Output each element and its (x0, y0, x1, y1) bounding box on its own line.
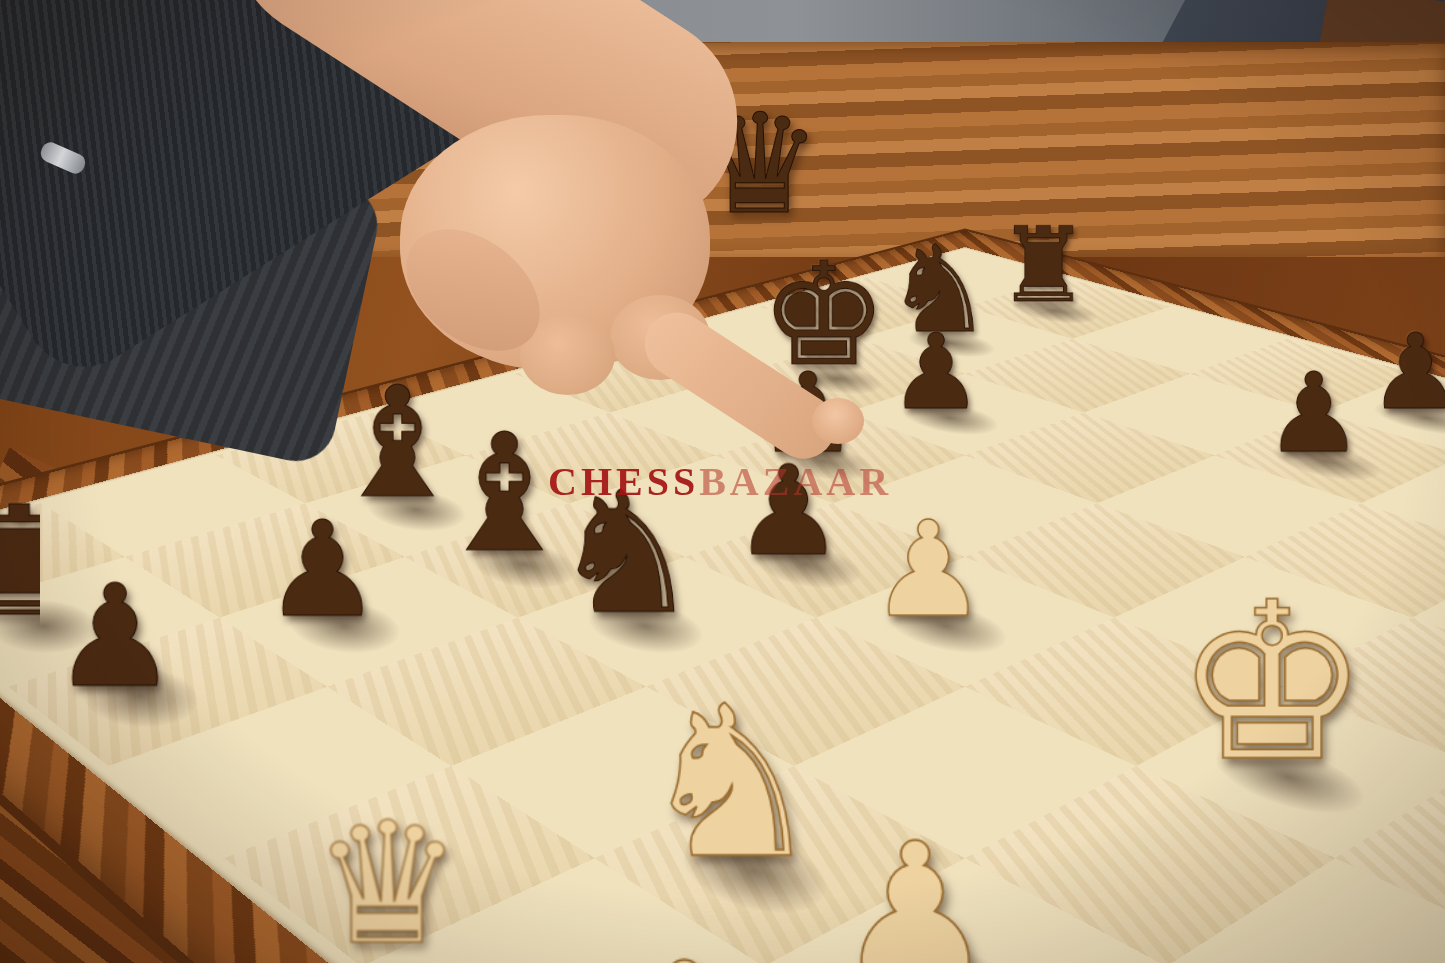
chess-photo-scene: ♜♟♞♟♚♟♟♟♟♚♝♝♞♟♞♟♜♟♟ ♛ ♛ CHESSBAZAAR (0, 0, 1445, 963)
black-rook-b8[interactable]: ♜ (997, 216, 1090, 314)
black-pawn-c2[interactable]: ♟ (264, 508, 382, 633)
black-pawn-e7[interactable]: ♟ (1265, 362, 1364, 467)
watermark-part2: BAZAAR (699, 459, 892, 504)
white-pawn-e4[interactable]: ♟ (869, 508, 987, 633)
chessbazaar-watermark: CHESSBAZAAR (548, 458, 892, 505)
white-pawn-g2[interactable]: ♟ (835, 825, 996, 963)
white-knight-f2[interactable]: ♞ (637, 684, 824, 883)
captured-white-queen[interactable]: ♛ (312, 800, 463, 963)
watermark-part1: CHESS (548, 459, 699, 504)
fingertip (812, 398, 864, 444)
square-g4[interactable]: ♚ (1136, 687, 1445, 858)
black-pawn-e8[interactable]: ♟ (1369, 323, 1445, 422)
black-pawn-c6[interactable]: ♟ (889, 323, 983, 422)
white-king-g4[interactable]: ♚ (1174, 580, 1369, 787)
white-pawn-g1[interactable]: ♟ (597, 943, 773, 963)
black-pawn-c1[interactable]: ♟ (52, 571, 179, 705)
